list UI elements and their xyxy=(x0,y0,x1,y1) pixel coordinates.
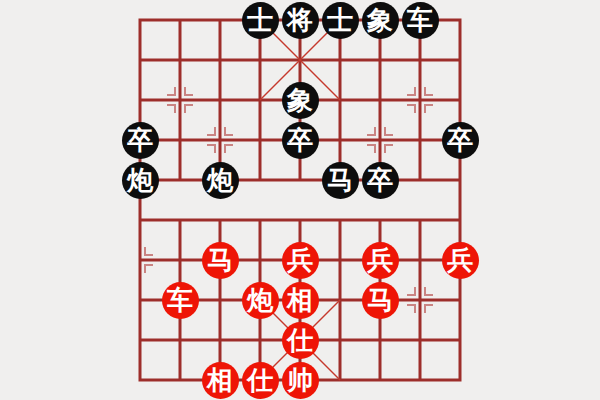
piece-black-elephant[interactable]: 象 xyxy=(280,80,320,120)
red-elephant-glyph: 相 xyxy=(282,282,319,319)
piece-red-soldier[interactable]: 兵 xyxy=(440,240,480,280)
black-soldier-glyph: 卒 xyxy=(442,122,479,159)
piece-black-cannon[interactable]: 炮 xyxy=(200,160,240,200)
red-soldier-glyph: 兵 xyxy=(362,242,399,279)
red-soldier-glyph: 兵 xyxy=(282,242,319,279)
piece-black-soldier[interactable]: 卒 xyxy=(360,160,400,200)
piece-red-soldier[interactable]: 兵 xyxy=(360,240,400,280)
black-chariot-glyph: 车 xyxy=(402,2,439,39)
piece-red-horse[interactable]: 马 xyxy=(360,280,400,320)
black-soldier-glyph: 卒 xyxy=(282,122,319,159)
piece-red-chariot[interactable]: 车 xyxy=(160,280,200,320)
black-general-glyph: 将 xyxy=(282,2,319,39)
black-elephant-glyph: 象 xyxy=(362,2,399,39)
piece-black-advisor[interactable]: 士 xyxy=(240,0,280,40)
red-cannon-glyph: 炮 xyxy=(242,282,279,319)
piece-layer: 士将士象车象卒卒卒炮炮马卒马兵兵兵车炮相马仕相仕帅 xyxy=(120,0,480,400)
piece-black-advisor[interactable]: 士 xyxy=(320,0,360,40)
red-general-glyph: 帅 xyxy=(282,362,319,399)
piece-black-general[interactable]: 将 xyxy=(280,0,320,40)
black-soldier-glyph: 卒 xyxy=(122,122,159,159)
black-advisor-glyph: 士 xyxy=(242,2,279,39)
piece-black-elephant[interactable]: 象 xyxy=(360,0,400,40)
piece-black-soldier[interactable]: 卒 xyxy=(280,120,320,160)
piece-red-soldier[interactable]: 兵 xyxy=(280,240,320,280)
piece-black-soldier[interactable]: 卒 xyxy=(440,120,480,160)
red-elephant-glyph: 相 xyxy=(202,362,239,399)
xiangqi-board: 士将士象车象卒卒卒炮炮马卒马兵兵兵车炮相马仕相仕帅 xyxy=(120,0,480,400)
piece-black-soldier[interactable]: 卒 xyxy=(120,120,160,160)
red-horse-glyph: 马 xyxy=(362,282,399,319)
piece-red-horse[interactable]: 马 xyxy=(200,240,240,280)
red-chariot-glyph: 车 xyxy=(162,282,199,319)
red-advisor-glyph: 仕 xyxy=(242,362,279,399)
piece-black-chariot[interactable]: 车 xyxy=(400,0,440,40)
piece-red-elephant[interactable]: 相 xyxy=(280,280,320,320)
black-horse-glyph: 马 xyxy=(322,162,359,199)
red-advisor-glyph: 仕 xyxy=(282,322,319,359)
piece-red-elephant[interactable]: 相 xyxy=(200,360,240,400)
red-soldier-glyph: 兵 xyxy=(442,242,479,279)
black-elephant-glyph: 象 xyxy=(282,82,319,119)
black-cannon-glyph: 炮 xyxy=(122,162,159,199)
piece-black-cannon[interactable]: 炮 xyxy=(120,160,160,200)
piece-red-advisor[interactable]: 仕 xyxy=(240,360,280,400)
red-horse-glyph: 马 xyxy=(202,242,239,279)
piece-red-cannon[interactable]: 炮 xyxy=(240,280,280,320)
piece-black-horse[interactable]: 马 xyxy=(320,160,360,200)
black-cannon-glyph: 炮 xyxy=(202,162,239,199)
black-soldier-glyph: 卒 xyxy=(362,162,399,199)
piece-red-advisor[interactable]: 仕 xyxy=(280,320,320,360)
black-advisor-glyph: 士 xyxy=(322,2,359,39)
piece-red-general[interactable]: 帅 xyxy=(280,360,320,400)
